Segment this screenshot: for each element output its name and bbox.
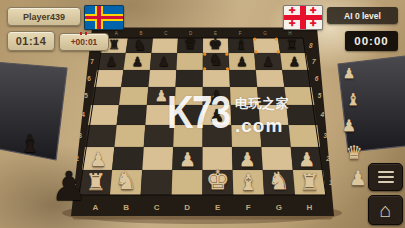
ai-player-name: AI 0 level <box>344 11 381 21</box>
rank-label-right-2: 2 <box>325 155 330 162</box>
rank-label-left-6: 6 <box>87 75 91 82</box>
georgia-flag-icon: ✚ ✚ ✚ ✚ <box>283 5 323 30</box>
file-label-D: D <box>184 203 190 212</box>
piece-white-pawn-a2[interactable]: ♟ <box>90 150 107 169</box>
square-d7[interactable] <box>176 53 203 70</box>
square-c4[interactable] <box>145 105 174 125</box>
square-b4[interactable] <box>117 105 147 125</box>
rank-label-right-6: 6 <box>315 75 319 82</box>
back-file-label: B <box>140 31 143 36</box>
rank-label-right-4: 4 <box>320 111 325 118</box>
piece-black-knight-b8[interactable]: ♞ <box>133 38 146 52</box>
home-icon: ⌂ <box>379 199 391 222</box>
last-move-highlight <box>203 53 206 56</box>
piece-black-knight-e7[interactable]: ♞ <box>209 53 223 69</box>
square-b3[interactable] <box>114 125 145 147</box>
square-f4[interactable] <box>231 105 260 125</box>
black-clock: 00:00 <box>345 31 398 51</box>
white-clock: 01:14 <box>7 31 55 51</box>
square-d6[interactable] <box>176 70 203 87</box>
piece-white-pawn-c5[interactable]: ♟ <box>155 89 169 104</box>
square-b6[interactable] <box>121 70 150 87</box>
captured-white-pawn[interactable]: ♟ <box>343 66 356 80</box>
piece-white-bishop-f1[interactable]: ♝ <box>238 171 258 194</box>
captured-white-queen[interactable]: ♛ <box>345 143 362 162</box>
piece-white-rook-a1[interactable]: ♜ <box>85 171 105 194</box>
piece-white-pawn-h2[interactable]: ♟ <box>298 150 315 169</box>
menu-button[interactable] <box>368 163 403 191</box>
square-d3[interactable] <box>173 125 202 147</box>
piece-black-pawn-c7[interactable]: ♟ <box>158 56 169 69</box>
square-f5[interactable] <box>230 87 259 105</box>
back-file-label: A <box>115 31 118 36</box>
rank-label-right-3: 3 <box>323 132 327 139</box>
back-file-label: G <box>263 31 267 36</box>
square-d4[interactable] <box>174 105 203 125</box>
square-d1[interactable] <box>172 170 203 195</box>
captured-white-pawn[interactable]: ♟ <box>342 118 356 134</box>
square-c6[interactable] <box>148 70 176 87</box>
square-a6[interactable] <box>94 70 123 87</box>
last-move-highlight <box>253 37 256 40</box>
back-file-label: H <box>288 31 291 36</box>
piece-black-pawn-g7[interactable]: ♟ <box>263 56 274 69</box>
square-b5[interactable] <box>119 87 148 105</box>
white-player-name-panel: Player439 <box>7 7 81 26</box>
home-button[interactable]: ⌂ <box>368 195 403 225</box>
back-file-label: F <box>239 31 242 36</box>
rank-label-left-7: 7 <box>90 58 94 65</box>
captured-white-bishop[interactable]: ♝ <box>346 92 360 108</box>
file-label-B: B <box>123 203 129 212</box>
square-h3[interactable] <box>289 125 321 147</box>
square-h5[interactable] <box>284 87 314 105</box>
captured-black-pawn[interactable]: ♟ <box>51 166 87 206</box>
piece-black-pawn-e4[interactable]: ♟ <box>209 108 224 125</box>
square-g6[interactable] <box>256 70 285 87</box>
square-e6[interactable] <box>203 70 230 87</box>
square-h4[interactable] <box>286 105 317 125</box>
increment-tick-icon <box>85 32 87 35</box>
captured-white-pawn[interactable]: ♟ <box>349 168 367 188</box>
rank-label-left-2: 2 <box>75 155 79 162</box>
last-move-highlight <box>225 53 228 56</box>
square-f3[interactable] <box>231 125 261 147</box>
piece-black-pawn-e5[interactable]: ♟ <box>210 89 224 104</box>
square-c1[interactable] <box>141 170 173 195</box>
rank-label-left-4: 4 <box>81 111 85 118</box>
aland-flag-icon <box>84 5 124 30</box>
rank-label-left-3: 3 <box>78 132 82 139</box>
last-move-highlight <box>277 50 280 53</box>
square-c8[interactable] <box>151 38 178 53</box>
piece-black-queen-d8[interactable]: ♛ <box>184 37 197 52</box>
rank-label-right-8: 8 <box>309 42 313 49</box>
piece-white-knight-b1[interactable]: ♞ <box>115 169 137 194</box>
square-g5[interactable] <box>257 87 286 105</box>
piece-white-knight-g1[interactable]: ♞ <box>268 169 290 194</box>
menu-icon <box>378 171 394 173</box>
rank-label-left-5: 5 <box>84 92 88 99</box>
square-f6[interactable] <box>229 70 257 87</box>
piece-black-bishop-f8[interactable]: ♝ <box>235 39 247 52</box>
last-move-highlight <box>275 37 278 40</box>
square-g3[interactable] <box>260 125 291 147</box>
square-d5[interactable] <box>175 87 203 105</box>
square-c3[interactable] <box>144 125 174 147</box>
piece-black-pawn-a7[interactable]: ♟ <box>106 56 117 69</box>
last-move-highlight <box>226 67 229 70</box>
rank-label-right-7: 7 <box>312 58 316 65</box>
file-label-C: C <box>154 203 160 212</box>
piece-black-pawn-b7[interactable]: ♟ <box>132 56 143 69</box>
piece-black-pawn-h7[interactable]: ♟ <box>289 56 300 69</box>
piece-black-rook-h8[interactable]: ♜ <box>286 39 298 52</box>
piece-white-rook-h1[interactable]: ♜ <box>299 171 319 194</box>
square-c2[interactable] <box>142 147 173 170</box>
square-g4[interactable] <box>259 105 289 125</box>
square-e3[interactable] <box>203 125 232 147</box>
piece-white-king-e1[interactable]: ♚ <box>206 167 230 194</box>
rank-label-right-1: 1 <box>329 179 333 186</box>
piece-black-pawn-f7[interactable]: ♟ <box>236 56 247 69</box>
last-move-highlight <box>203 67 206 70</box>
last-move-highlight <box>254 50 257 53</box>
white-increment-badge: +00:01 <box>59 33 109 51</box>
square-a3[interactable] <box>85 125 117 147</box>
rank-label-right-5: 5 <box>318 92 322 99</box>
file-label-H: H <box>307 203 313 212</box>
piece-white-pawn-d2[interactable]: ♟ <box>179 150 196 169</box>
square-h6[interactable] <box>282 70 311 87</box>
piece-black-rook-a8[interactable]: ♜ <box>108 39 120 52</box>
chess-app-screen: { "game": "chess", "position": { "fen": … <box>0 0 405 228</box>
captured-black-bishop[interactable]: ♝ <box>19 132 41 156</box>
file-label-G: G <box>276 203 282 212</box>
white-player-name: Player439 <box>23 12 65 22</box>
piece-black-king-e8[interactable]: ♚ <box>209 37 223 52</box>
piece-white-pawn-f2[interactable]: ♟ <box>239 150 256 169</box>
ai-player-name-panel: AI 0 level <box>327 7 398 24</box>
file-label-E: E <box>215 203 221 212</box>
file-label-A: A <box>93 203 99 212</box>
file-label-F: F <box>246 203 251 212</box>
increment-tick-icon <box>80 32 82 35</box>
